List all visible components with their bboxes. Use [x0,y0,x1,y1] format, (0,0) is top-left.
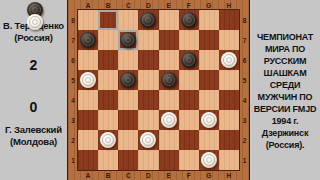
square-c2[interactable] [118,130,138,150]
rank-label-6: 6 [71,57,75,64]
square-a2[interactable] [78,130,98,150]
white-man-a5[interactable] [80,72,96,88]
white-man-g1[interactable] [201,152,217,168]
event-line: (Россия). [250,139,320,151]
rank-label-7: 7 [243,37,247,44]
rank-label-8: 8 [243,17,247,24]
square-b1[interactable] [98,150,118,170]
white-player-name-text: Г. Залевский [0,124,67,136]
file-label-b: B [106,2,111,9]
rank-label-1: 1 [71,157,75,164]
black-player-panel: В. Терещенко (Россия) 2 0 Г. Залевский (… [0,0,67,180]
black-man-e5[interactable] [161,72,177,88]
white-man-b2[interactable] [100,132,116,148]
square-b3[interactable] [98,110,118,130]
square-d8[interactable] [138,10,158,30]
rank-label-2: 2 [243,137,247,144]
event-line: ЧЕМПИОНАТ [250,31,320,43]
square-g8[interactable] [199,10,219,30]
square-e2[interactable] [159,130,179,150]
square-e7[interactable] [159,30,179,50]
square-d1[interactable] [138,150,158,170]
rank-label-4: 4 [71,97,75,104]
app-window: В. Терещенко (Россия) 2 0 Г. Залевский (… [0,0,320,180]
square-f8[interactable] [179,10,199,30]
black-man-f6[interactable] [181,52,197,68]
square-a8[interactable] [78,10,98,30]
square-a7[interactable] [78,30,98,50]
square-f7[interactable] [179,30,199,50]
event-line: РУССКИМ [250,55,320,67]
black-man-c5[interactable] [120,72,136,88]
black-man-a7[interactable] [80,32,96,48]
square-h1[interactable] [219,150,239,170]
square-h3[interactable] [219,110,239,130]
square-g7[interactable] [199,30,219,50]
square-h6[interactable] [219,50,239,70]
black-player-score: 2 [0,57,67,73]
square-h5[interactable] [219,70,239,90]
square-g6[interactable] [199,50,219,70]
white-player-name: Г. Залевский (Молдова) [0,124,67,147]
white-player-country: (Молдова) [0,136,67,148]
square-b6[interactable] [98,50,118,70]
square-h2[interactable] [219,130,239,150]
file-label-e: E [166,2,170,9]
rank-label-4: 4 [243,97,247,104]
square-b8[interactable] [98,10,118,30]
square-a3[interactable] [78,110,98,130]
event-info-panel: ЧЕМПИОНАТ МИРА ПО РУССКИМ ШАШКАМ СРЕДИ М… [250,0,320,180]
file-label-a: A [86,172,91,179]
square-a6[interactable] [78,50,98,70]
file-label-e: E [166,172,170,179]
square-g4[interactable] [199,90,219,110]
square-f4[interactable] [179,90,199,110]
file-labels-bottom: ABCDEFGH [78,170,239,180]
file-label-c: C [126,172,131,179]
square-d5[interactable] [138,70,158,90]
file-label-g: G [206,172,211,179]
square-g2[interactable] [199,130,219,150]
white-man-e3[interactable] [161,112,177,128]
square-b4[interactable] [98,90,118,110]
square-b7[interactable] [98,30,118,50]
white-player-score: 0 [0,99,67,115]
square-e8[interactable] [159,10,179,30]
file-label-h: H [227,2,232,9]
white-piece-icon [27,14,43,30]
rank-label-3: 3 [243,117,247,124]
square-f2[interactable] [179,130,199,150]
square-d4[interactable] [138,90,158,110]
square-c4[interactable] [118,90,138,110]
board-grid [78,10,239,170]
square-c3[interactable] [118,110,138,130]
square-h8[interactable] [219,10,239,30]
file-label-b: B [106,172,111,179]
square-g5[interactable] [199,70,219,90]
file-label-d: D [146,2,151,9]
event-line: Дзержинск [250,127,320,139]
square-c1[interactable] [118,150,138,170]
square-b2[interactable] [98,130,118,150]
event-line: 1994 г. [250,115,320,127]
square-h7[interactable] [219,30,239,50]
black-player-country: (Россия) [0,32,67,44]
rank-labels-right: 87654321 [240,10,249,170]
rank-label-8: 8 [71,17,75,24]
rank-label-5: 5 [71,77,75,84]
square-e5[interactable] [159,70,179,90]
square-f5[interactable] [179,70,199,90]
square-d2[interactable] [138,130,158,150]
event-title: ЧЕМПИОНАТ МИРА ПО РУССКИМ ШАШКАМ СРЕДИ М… [250,31,320,151]
square-d3[interactable] [138,110,158,130]
event-line: ВЕРСИИ FMJD [250,103,320,115]
square-g3[interactable] [199,110,219,130]
rank-label-3: 3 [71,117,75,124]
rank-label-7: 7 [71,37,75,44]
square-c5[interactable] [118,70,138,90]
checkers-board: ABCDEFGH ABCDEFGH 87654321 87654321 [67,0,250,180]
file-label-a: A [86,2,91,9]
square-h4[interactable] [219,90,239,110]
black-man-f8[interactable] [181,12,197,28]
event-line: СРЕДИ [250,79,320,91]
square-g1[interactable] [199,150,219,170]
event-line: МУЖЧИН ПО [250,91,320,103]
square-e4[interactable] [159,90,179,110]
square-a5[interactable] [78,70,98,90]
file-labels-top: ABCDEFGH [78,0,239,10]
square-f6[interactable] [179,50,199,70]
square-c6[interactable] [118,50,138,70]
square-b5[interactable] [98,70,118,90]
square-f3[interactable] [179,110,199,130]
file-label-h: H [227,172,232,179]
event-line: ШАШКАМ [250,67,320,79]
white-man-d2[interactable] [140,132,156,148]
file-label-d: D [146,172,151,179]
white-man-g3[interactable] [201,112,217,128]
rank-label-6: 6 [243,57,247,64]
file-label-f: F [187,172,191,179]
square-c7[interactable] [118,30,138,50]
square-f1[interactable] [179,150,199,170]
file-label-f: F [187,2,191,9]
square-a4[interactable] [78,90,98,110]
event-line: МИРА ПО [250,43,320,55]
square-e6[interactable] [159,50,179,70]
rank-labels-left: 87654321 [68,10,78,170]
white-man-h6[interactable] [221,52,237,68]
square-e1[interactable] [159,150,179,170]
file-label-c: C [126,2,131,9]
file-label-g: G [206,2,211,9]
rank-label-2: 2 [71,137,75,144]
square-d6[interactable] [138,50,158,70]
square-d7[interactable] [138,30,158,50]
square-e3[interactable] [159,110,179,130]
rank-label-5: 5 [243,77,247,84]
square-c8[interactable] [118,10,138,30]
square-a1[interactable] [78,150,98,170]
black-man-d8[interactable] [140,12,156,28]
rank-label-1: 1 [243,157,247,164]
black-man-c7[interactable] [120,32,136,48]
